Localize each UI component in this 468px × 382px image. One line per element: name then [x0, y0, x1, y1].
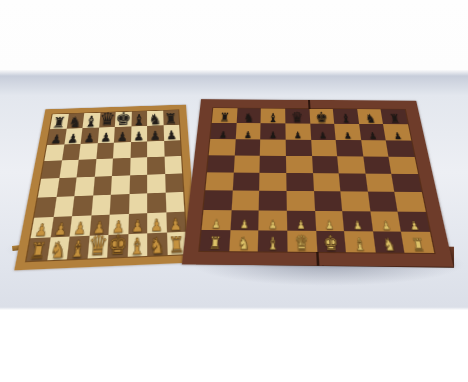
square-b8: ♞: [236, 108, 261, 123]
square-b4: [56, 177, 76, 196]
square-f6: [130, 141, 147, 158]
square-a5: [207, 155, 234, 172]
square-c1: ♝: [67, 236, 89, 259]
piece-white-bishop: ♝: [353, 236, 367, 253]
square-e2: ♟: [108, 213, 128, 235]
square-b7: ♟: [64, 128, 83, 144]
square-e5: [312, 156, 339, 173]
piece-black-knight: ♞: [364, 113, 376, 125]
piece-white-queen: ♛: [294, 233, 309, 253]
square-c5: [260, 156, 286, 173]
square-c8: ♝: [82, 113, 99, 128]
square-f6: [336, 140, 363, 157]
square-b6: [61, 143, 80, 160]
piece-white-pawn: ♟: [112, 219, 125, 236]
square-h3: [165, 192, 184, 212]
square-d5: [286, 156, 313, 173]
piece-white-pawn: ♟: [53, 221, 68, 238]
square-g3: [147, 192, 166, 212]
piece-white-bishop: ♝: [129, 235, 145, 258]
piece-black-knight: ♞: [68, 114, 83, 129]
square-d1: ♛: [87, 235, 108, 258]
piece-white-king: ♚: [323, 233, 339, 253]
square-g8: ♞: [147, 111, 163, 126]
square-b5: [233, 155, 260, 172]
piece-white-rook: ♜: [410, 236, 425, 253]
piece-black-bishop: ♝: [340, 113, 352, 125]
square-d2: ♟: [287, 210, 316, 230]
square-c4: [259, 173, 286, 191]
square-a3: [204, 190, 233, 209]
square-d5: [94, 159, 113, 177]
square-h2: ♟: [398, 211, 430, 231]
piece-white-king: ♚: [107, 231, 128, 259]
square-d4: [93, 176, 112, 195]
piece-white-knight: ♞: [382, 236, 397, 253]
piece-white-pawn: ♟: [297, 219, 306, 231]
square-e4: [111, 175, 130, 194]
square-h8: ♜: [381, 109, 408, 124]
square-f5: [130, 157, 148, 175]
square-d4: [286, 173, 313, 191]
small-chessboard-squares: ♜♞♝♛♚♝♞♜♟♟♟♟♟♟♟♟♟♟♟♟♟♟♟♟♜♞♝♛♚♝♞♜: [26, 110, 187, 261]
piece-white-knight: ♞: [48, 238, 67, 261]
square-h7: ♟: [163, 125, 180, 141]
square-f5: [337, 156, 365, 173]
square-h2: ♟: [166, 211, 186, 233]
piece-white-pawn: ♟: [151, 217, 163, 234]
square-d3: [286, 191, 314, 210]
square-h3: [395, 192, 426, 211]
square-c6: [260, 139, 286, 156]
piece-white-pawn: ♟: [381, 220, 391, 232]
square-h6: [164, 140, 181, 157]
square-a8: ♜: [212, 108, 237, 123]
square-f4: [339, 173, 368, 191]
piece-white-bishop: ♝: [267, 235, 279, 252]
square-g1: ♞: [147, 233, 167, 256]
square-h5: [164, 156, 182, 174]
square-b3: [231, 191, 259, 210]
small-chessboard: ♜♞♝♛♚♝♞♜♟♟♟♟♟♟♟♟♟♟♟♟♟♟♟♟♜♞♝♛♚♝♞♜: [14, 105, 198, 271]
piece-white-pawn: ♟: [73, 220, 87, 237]
square-d7: ♟: [285, 124, 310, 140]
square-d2: ♟: [89, 214, 110, 236]
square-c7: ♟: [81, 127, 99, 143]
piece-white-bishop: ♝: [69, 237, 87, 260]
square-d1: ♛: [287, 230, 317, 252]
square-e8: ♚: [115, 112, 132, 127]
square-d6: [96, 142, 114, 159]
square-h5: [389, 156, 418, 174]
folding-chess-box-squares: ♜♞♝♛♚♝♞♜♟♟♟♟♟♟♟♟♟♟♟♟♟♟♟♟♜♞♝♛♚♝♞♜: [200, 108, 435, 253]
square-d8: ♛: [285, 109, 310, 124]
square-e3: [110, 194, 129, 214]
square-h1: ♜: [401, 231, 434, 253]
square-a7: ♟: [210, 123, 236, 139]
square-c6: [79, 143, 98, 160]
piece-white-pawn: ♟: [211, 219, 220, 231]
square-d8: ♛: [99, 112, 116, 127]
square-c2: ♟: [259, 210, 288, 230]
piece-white-pawn: ♟: [409, 220, 420, 232]
square-c3: [72, 195, 93, 215]
square-g1: ♞: [373, 231, 405, 253]
square-a6: [209, 139, 236, 156]
square-b2: ♟: [230, 210, 259, 230]
square-g6: [147, 141, 164, 158]
square-e5: [112, 158, 130, 176]
square-h4: [165, 173, 184, 192]
square-h7: ♟: [383, 124, 411, 140]
square-h6: [386, 140, 415, 157]
piece-white-pawn: ♟: [240, 219, 249, 231]
square-f8: ♝: [131, 111, 147, 126]
piece-white-rook: ♜: [28, 239, 48, 262]
square-b4: [232, 173, 259, 191]
photo-scene: ♜♞♝♛♚♝♞♜♟♟♟♟♟♟♟♟♟♟♟♟♟♟♟♟♜♞♝♛♚♝♞♜ ♜♞♝♛♚♝♞…: [0, 0, 468, 382]
piece-white-pawn: ♟: [268, 219, 277, 231]
piece-white-queen: ♛: [87, 232, 108, 260]
piece-black-queen: ♛: [99, 110, 116, 128]
piece-white-pawn: ♟: [169, 217, 182, 234]
square-c8: ♝: [261, 108, 286, 123]
piece-black-knight: ♞: [149, 111, 162, 126]
piece-white-pawn: ♟: [353, 220, 363, 232]
folding-chess-box: ♜♞♝♛♚♝♞♜♟♟♟♟♟♟♟♟♟♟♟♟♟♟♟♟♜♞♝♛♚♝♞♜: [182, 99, 454, 267]
piece-black-bishop: ♝: [84, 114, 98, 129]
square-f4: [129, 175, 147, 194]
square-b7: ♟: [235, 123, 260, 139]
square-e3: [313, 191, 342, 210]
square-a4: [205, 172, 233, 190]
square-d6: [286, 139, 312, 156]
square-f7: ♟: [334, 124, 361, 140]
square-f2: ♟: [342, 211, 372, 231]
piece-black-bishop: ♝: [132, 112, 145, 127]
square-g7: ♟: [359, 124, 386, 140]
piece-white-pawn: ♟: [325, 219, 334, 231]
square-c3: [259, 191, 287, 210]
square-e1: ♚: [316, 231, 347, 253]
piece-white-pawn: ♟: [34, 222, 49, 239]
square-g2: ♟: [147, 212, 166, 234]
piece-white-pawn: ♟: [131, 218, 143, 235]
square-c2: ♟: [70, 215, 91, 237]
square-e6: [113, 142, 131, 159]
piece-white-knight: ♞: [149, 234, 165, 257]
square-g5: [363, 156, 392, 174]
square-f1: ♝: [344, 231, 375, 253]
piece-black-bishop: ♝: [268, 112, 278, 124]
square-h8: ♜: [163, 110, 179, 125]
piece-white-pawn: ♟: [92, 220, 105, 237]
square-d3: [91, 195, 111, 215]
square-b6: [234, 139, 260, 156]
square-e7: ♟: [310, 124, 336, 140]
square-b8: ♞: [66, 113, 84, 128]
square-c7: ♟: [260, 123, 285, 139]
square-a2: ♟: [202, 210, 232, 230]
piece-white-rook: ♜: [208, 235, 221, 252]
piece-black-knight: ♞: [243, 112, 254, 124]
square-g5: [147, 157, 165, 175]
square-d7: ♟: [97, 127, 115, 143]
square-g4: [365, 174, 394, 192]
square-a1: ♜: [200, 230, 231, 252]
square-e2: ♟: [314, 210, 344, 230]
square-f3: [128, 193, 147, 213]
piece-black-king: ♚: [115, 110, 131, 128]
piece-white-knight: ♞: [237, 235, 250, 252]
square-f8: ♝: [333, 109, 359, 124]
square-g3: [368, 192, 398, 211]
square-c4: [74, 177, 94, 196]
piece-black-rook: ♜: [389, 113, 401, 125]
piece-black-rook: ♜: [219, 112, 230, 124]
square-g8: ♞: [357, 109, 383, 124]
square-e6: [311, 139, 338, 156]
small-chessboard-border: ♜♞♝♛♚♝♞♜♟♟♟♟♟♟♟♟♟♟♟♟♟♟♟♟♜♞♝♛♚♝♞♜: [14, 105, 198, 271]
square-g4: [147, 174, 165, 193]
square-c5: [77, 159, 96, 177]
square-c1: ♝: [258, 230, 287, 252]
square-e4: [312, 173, 340, 191]
piece-black-rook: ♜: [164, 111, 177, 126]
square-f1: ♝: [127, 234, 147, 257]
square-e1: ♚: [107, 234, 128, 257]
square-b5: [59, 160, 79, 178]
piece-black-queen: ♛: [291, 110, 303, 124]
square-e7: ♟: [114, 126, 131, 142]
square-f3: [341, 192, 371, 211]
square-g7: ♟: [147, 125, 164, 141]
square-b1: ♞: [229, 230, 259, 252]
square-b3: [53, 196, 74, 217]
square-e8: ♚: [309, 109, 334, 124]
square-f7: ♟: [131, 126, 148, 142]
square-g6: [361, 140, 389, 157]
piece-black-king: ♚: [315, 110, 328, 124]
square-g2: ♟: [370, 211, 401, 231]
folding-chess-box-frame: ♜♞♝♛♚♝♞♜♟♟♟♟♟♟♟♟♟♟♟♟♟♟♟♟♜♞♝♛♚♝♞♜: [182, 99, 454, 267]
square-f2: ♟: [128, 213, 147, 235]
square-h4: [392, 174, 422, 192]
